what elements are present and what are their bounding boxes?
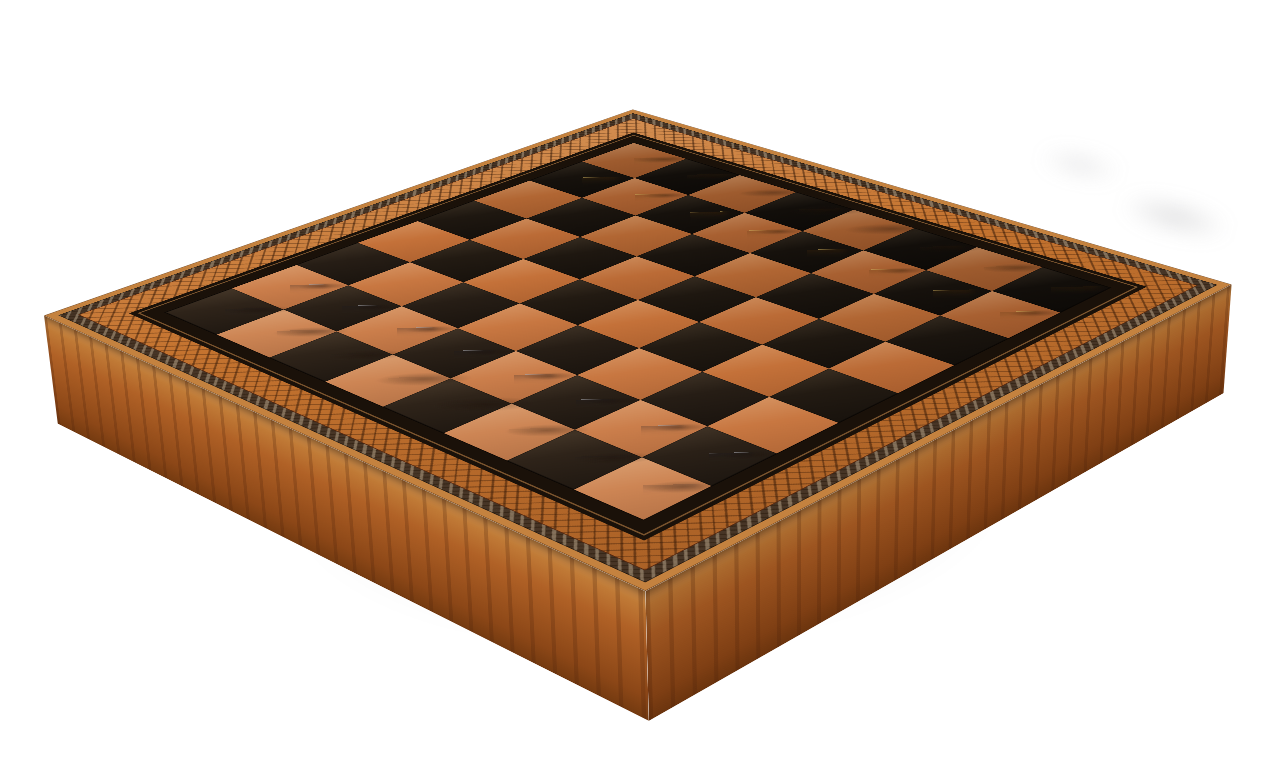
chess-set-photo: ♜♞♝♛♚♝♞♜♟♟♟♟♟♟♟♟♟♟♟♟♟♟♟♟♜♞♝♛♚♝♞♜ (0, 0, 1280, 768)
chess-board-case: ♜♞♝♛♚♝♞♜♟♟♟♟♟♟♟♟♟♟♟♟♟♟♟♟♜♞♝♛♚♝♞♜ (44, 109, 1232, 591)
studio-backdrop: ♜♞♝♛♚♝♞♜♟♟♟♟♟♟♟♟♟♟♟♟♟♟♟♟♜♞♝♛♚♝♞♜ (0, 0, 1280, 768)
